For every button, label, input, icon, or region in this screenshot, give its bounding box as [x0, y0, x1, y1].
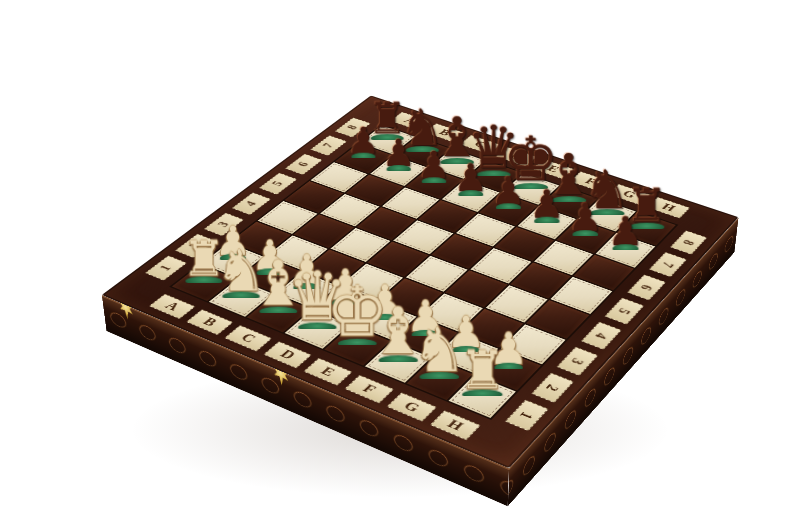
rank-label-text: 6 [295, 160, 312, 168]
rank-label-5: 5 [604, 298, 644, 325]
rank-label-8: 8 [670, 230, 707, 254]
rank-label-text: 6 [637, 283, 656, 292]
file-label-text: G [400, 399, 423, 415]
rank-label-7: 7 [649, 252, 687, 277]
file-label-g: G [387, 392, 437, 421]
file-label-text: B [199, 315, 220, 328]
file-label-text: C [237, 331, 259, 345]
rank-label-2: 2 [531, 373, 574, 403]
rank-label-text: 5 [615, 306, 634, 316]
rank-label-text: 3 [567, 356, 587, 366]
file-label-text: H [444, 417, 467, 433]
file-label-text: F [359, 382, 379, 396]
file-label-f: F [344, 375, 394, 404]
piece-black-pawn[interactable]: ♟ [584, 166, 668, 250]
file-label-text: A [161, 300, 182, 313]
rank-label-3: 3 [556, 347, 598, 376]
piece-white-rook[interactable]: ♜ [436, 303, 529, 396]
rank-label-6: 6 [285, 154, 323, 175]
product-photo-scene: ABCDEFGH ABCDEFGH 87654321 87654321 ♜♞♝♛… [0, 0, 800, 532]
brass-clasp-icon [119, 298, 135, 322]
file-label-text: E [317, 365, 338, 379]
rank-label-6: 6 [627, 274, 666, 300]
file-label-b: B [186, 309, 233, 335]
rank-label-text: 7 [659, 260, 678, 269]
file-label-text: D [277, 348, 299, 362]
rank-label-text: 4 [592, 331, 612, 341]
rank-label-4: 4 [581, 322, 622, 350]
felt-base [462, 390, 502, 400]
rank-label-text: 2 [542, 382, 562, 393]
rank-label-1: 1 [505, 400, 549, 432]
rank-label-text: 1 [516, 410, 537, 421]
rank-label-text: 8 [679, 238, 698, 247]
felt-base [613, 244, 639, 253]
file-label-h: H [430, 410, 481, 440]
